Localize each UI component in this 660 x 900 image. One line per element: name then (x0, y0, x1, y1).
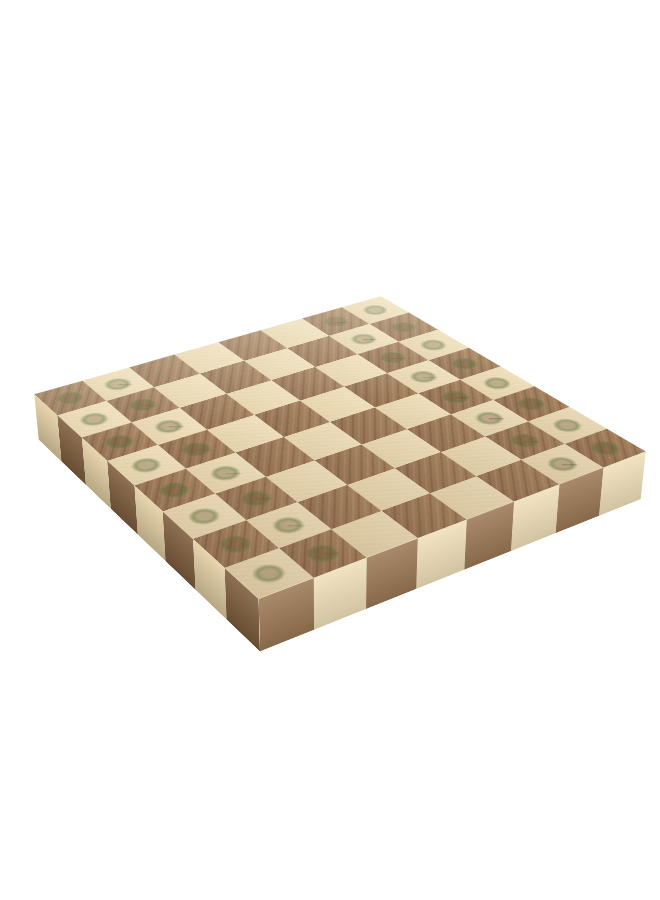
white-rook-glyph: ♜ (240, 513, 299, 579)
brown-pawn-glyph: ♟ (505, 400, 545, 445)
brown-pawn-glyph: ♟ (470, 379, 509, 423)
brown-pawn-glyph: ♟ (542, 423, 583, 469)
brown-rook-glyph: ♜ (579, 395, 631, 453)
chess-board: ♜♞♝♛♚♝♞♜♟♟♟♟♟♟♟♟♟♟♟♟♟♟♟♟♜♞♝♛♚♝♞♜ (34, 296, 645, 599)
photo-background: ♜♞♝♛♚♝♞♜♟♟♟♟♟♟♟♟♟♟♟♟♟♟♟♟♜♞♝♛♚♝♞♜ (0, 0, 660, 900)
chess-scene: ♜♞♝♛♚♝♞♜♟♟♟♟♟♟♟♟♟♟♟♟♟♟♟♟♜♞♝♛♚♝♞♜ (110, 202, 550, 642)
white-pawn-glyph: ♟ (300, 508, 345, 559)
